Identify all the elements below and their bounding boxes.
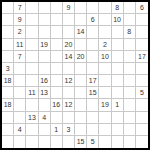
empty-cell-r5c4[interactable] (39, 51, 51, 63)
empty-cell-r12c1[interactable] (2, 136, 14, 148)
clue-cell-r4c4: 19 (39, 39, 51, 51)
empty-cell-r10c1[interactable] (2, 112, 14, 124)
empty-cell-r5c11[interactable] (124, 51, 136, 63)
empty-cell-r12c2[interactable] (14, 136, 26, 148)
clue-cell-r5c12: 17 (136, 51, 148, 63)
empty-cell-r6c11[interactable] (124, 63, 136, 75)
empty-cell-r4c1[interactable] (2, 39, 14, 51)
empty-cell-r9c7[interactable] (75, 99, 87, 111)
empty-cell-r1c5[interactable] (51, 2, 63, 14)
empty-cell-r2c9[interactable] (99, 14, 111, 26)
clue-cell-r12c7: 15 (75, 136, 87, 148)
clue-cell-r4c6: 20 (63, 39, 75, 51)
empty-cell-r3c12[interactable] (136, 26, 148, 38)
empty-cell-r12c6[interactable] (63, 136, 75, 148)
empty-cell-r4c3[interactable] (26, 39, 38, 51)
puzzle-board: 7986961021481119202714201017318161217111… (0, 0, 150, 150)
empty-cell-r1c1[interactable] (2, 2, 14, 14)
empty-cell-r1c7[interactable] (75, 2, 87, 14)
clue-cell-r9c5: 16 (51, 99, 63, 111)
empty-cell-r3c6[interactable] (63, 26, 75, 38)
empty-cell-r9c8[interactable] (87, 99, 99, 111)
clue-cell-r9c1: 18 (2, 99, 14, 111)
empty-cell-r7c3[interactable] (26, 75, 38, 87)
empty-cell-r2c5[interactable] (51, 14, 63, 26)
empty-cell-r3c9[interactable] (99, 26, 111, 38)
clue-cell-r5c2: 7 (14, 51, 26, 63)
empty-cell-r6c6[interactable] (63, 63, 75, 75)
empty-cell-r7c10[interactable] (112, 75, 124, 87)
empty-cell-r10c9[interactable] (99, 112, 111, 124)
empty-cell-r11c9[interactable] (99, 124, 111, 136)
empty-cell-r6c8[interactable] (87, 63, 99, 75)
empty-cell-r1c9[interactable] (99, 2, 111, 14)
clue-cell-r9c9: 19 (99, 99, 111, 111)
empty-cell-r3c10[interactable] (112, 26, 124, 38)
clue-cell-r1c10: 8 (112, 2, 124, 14)
empty-cell-r2c3[interactable] (26, 14, 38, 26)
empty-cell-r1c8[interactable] (87, 2, 99, 14)
empty-cell-r6c5[interactable] (51, 63, 63, 75)
clue-cell-r5c6: 14 (63, 51, 75, 63)
empty-cell-r10c10[interactable] (112, 112, 124, 124)
empty-cell-r8c7[interactable] (75, 87, 87, 99)
empty-cell-r10c12[interactable] (136, 112, 148, 124)
empty-cell-r2c12[interactable] (136, 14, 148, 26)
clue-cell-r7c4: 16 (39, 75, 51, 87)
empty-cell-r10c5[interactable] (51, 112, 63, 124)
empty-cell-r6c2[interactable] (14, 63, 26, 75)
empty-cell-r3c1[interactable] (2, 26, 14, 38)
empty-cell-r11c1[interactable] (2, 124, 14, 136)
empty-cell-r8c2[interactable] (14, 87, 26, 99)
clue-cell-r4c9: 2 (99, 39, 111, 51)
clue-cell-r8c4: 13 (39, 87, 51, 99)
empty-cell-r7c11[interactable] (124, 75, 136, 87)
empty-cell-r8c9[interactable] (99, 87, 111, 99)
clue-cell-r9c6: 12 (63, 99, 75, 111)
clue-cell-r3c7: 14 (75, 26, 87, 38)
empty-cell-r12c4[interactable] (39, 136, 51, 148)
clue-cell-r7c1: 18 (2, 75, 14, 87)
empty-cell-r4c10[interactable] (112, 39, 124, 51)
empty-cell-r10c11[interactable] (124, 112, 136, 124)
clue-cell-r5c9: 10 (99, 51, 111, 63)
empty-cell-r11c10[interactable] (112, 124, 124, 136)
empty-cell-r9c2[interactable] (14, 99, 26, 111)
clue-cell-r11c6: 3 (63, 124, 75, 136)
empty-cell-r5c8[interactable] (87, 51, 99, 63)
empty-cell-r9c12[interactable] (136, 99, 148, 111)
empty-cell-r5c3[interactable] (26, 51, 38, 63)
clue-cell-r6c1: 3 (2, 63, 14, 75)
empty-cell-r11c12[interactable] (136, 124, 148, 136)
empty-cell-r12c5[interactable] (51, 136, 63, 148)
clue-cell-r3c11: 8 (124, 26, 136, 38)
empty-cell-r11c4[interactable] (39, 124, 51, 136)
empty-cell-r12c9[interactable] (99, 136, 111, 148)
clue-cell-r2c8: 6 (87, 14, 99, 26)
empty-cell-r6c7[interactable] (75, 63, 87, 75)
empty-cell-r6c9[interactable] (99, 63, 111, 75)
clue-cell-r2c10: 10 (112, 14, 124, 26)
empty-cell-r2c7[interactable] (75, 14, 87, 26)
clue-cell-r1c12: 6 (136, 2, 148, 14)
empty-cell-r9c11[interactable] (124, 99, 136, 111)
empty-cell-r4c5[interactable] (51, 39, 63, 51)
empty-cell-r5c10[interactable] (112, 51, 124, 63)
clue-cell-r5c7: 20 (75, 51, 87, 63)
empty-cell-r7c5[interactable] (51, 75, 63, 87)
empty-cell-r10c7[interactable] (75, 112, 87, 124)
clue-cell-r3c2: 2 (14, 26, 26, 38)
clue-cell-r9c10: 1 (112, 99, 124, 111)
empty-cell-r7c2[interactable] (14, 75, 26, 87)
clue-cell-r7c6: 12 (63, 75, 75, 87)
clue-cell-r8c3: 11 (26, 87, 38, 99)
empty-cell-r10c8[interactable] (87, 112, 99, 124)
clue-cell-r2c2: 9 (14, 14, 26, 26)
empty-cell-r12c11[interactable] (124, 136, 136, 148)
clue-cell-r11c2: 4 (14, 124, 26, 136)
empty-cell-r12c12[interactable] (136, 136, 148, 148)
clue-cell-r1c6: 9 (63, 2, 75, 14)
empty-cell-r9c4[interactable] (39, 99, 51, 111)
empty-cell-r11c8[interactable] (87, 124, 99, 136)
empty-cell-r3c3[interactable] (26, 26, 38, 38)
empty-cell-r7c7[interactable] (75, 75, 87, 87)
empty-cell-r12c10[interactable] (112, 136, 124, 148)
empty-cell-r11c11[interactable] (124, 124, 136, 136)
empty-cell-r5c1[interactable] (2, 51, 14, 63)
empty-cell-r7c12[interactable] (136, 75, 148, 87)
empty-cell-r2c6[interactable] (63, 14, 75, 26)
empty-cell-r10c2[interactable] (14, 112, 26, 124)
empty-cell-r2c1[interactable] (2, 14, 14, 26)
empty-cell-r4c11[interactable] (124, 39, 136, 51)
empty-cell-r8c11[interactable] (124, 87, 136, 99)
empty-cell-r8c1[interactable] (2, 87, 14, 99)
clue-cell-r1c2: 7 (14, 2, 26, 14)
empty-cell-r4c7[interactable] (75, 39, 87, 51)
empty-cell-r3c8[interactable] (87, 26, 99, 38)
clue-cell-r12c8: 5 (87, 136, 99, 148)
empty-cell-r2c4[interactable] (39, 14, 51, 26)
clue-cell-r8c12: 5 (136, 87, 148, 99)
empty-cell-r3c4[interactable] (39, 26, 51, 38)
empty-cell-r11c3[interactable] (26, 124, 38, 136)
clue-cell-r7c8: 17 (87, 75, 99, 87)
clue-cell-r10c4: 4 (39, 112, 51, 124)
empty-cell-r2c11[interactable] (124, 14, 136, 26)
empty-cell-r1c4[interactable] (39, 2, 51, 14)
empty-cell-r3c5[interactable] (51, 26, 63, 38)
empty-cell-r9c3[interactable] (26, 99, 38, 111)
empty-cell-r4c12[interactable] (136, 39, 148, 51)
empty-cell-r8c6[interactable] (63, 87, 75, 99)
empty-cell-r4c8[interactable] (87, 39, 99, 51)
clue-cell-r10c3: 13 (26, 112, 38, 124)
empty-cell-r10c6[interactable] (63, 112, 75, 124)
empty-cell-r5c5[interactable] (51, 51, 63, 63)
clue-cell-r8c8: 15 (87, 87, 99, 99)
empty-cell-r8c10[interactable] (112, 87, 124, 99)
clue-cell-r11c5: 1 (51, 124, 63, 136)
empty-cell-r6c12[interactable] (136, 63, 148, 75)
empty-cell-r12c3[interactable] (26, 136, 38, 148)
empty-cell-r6c4[interactable] (39, 63, 51, 75)
empty-cell-r7c9[interactable] (99, 75, 111, 87)
clue-cell-r4c2: 11 (14, 39, 26, 51)
empty-cell-r6c10[interactable] (112, 63, 124, 75)
empty-cell-r8c5[interactable] (51, 87, 63, 99)
empty-cell-r1c11[interactable] (124, 2, 136, 14)
empty-cell-r6c3[interactable] (26, 63, 38, 75)
empty-cell-r1c3[interactable] (26, 2, 38, 14)
empty-cell-r11c7[interactable] (75, 124, 87, 136)
